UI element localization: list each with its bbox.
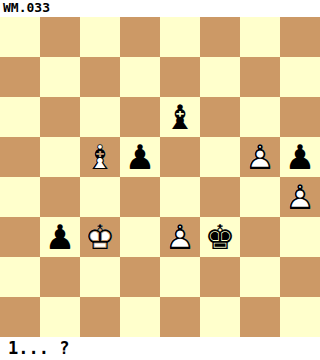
white-king-piece[interactable]: ♚♔ bbox=[80, 217, 120, 257]
black-pawn-piece[interactable]: ♟ bbox=[120, 137, 160, 177]
piece-glyph-outline: ♔ bbox=[80, 217, 120, 257]
chess-board: ♝♝♗♟♟♙♟♟♙♟♚♔♟♙♚ bbox=[0, 17, 320, 337]
square-c1[interactable] bbox=[80, 297, 120, 337]
square-f1[interactable] bbox=[200, 297, 240, 337]
square-f7[interactable] bbox=[200, 57, 240, 97]
square-b4[interactable] bbox=[40, 177, 80, 217]
square-g1[interactable] bbox=[240, 297, 280, 337]
square-c7[interactable] bbox=[80, 57, 120, 97]
square-f6[interactable] bbox=[200, 97, 240, 137]
square-h7[interactable] bbox=[280, 57, 320, 97]
square-d3[interactable] bbox=[120, 217, 160, 257]
square-a8[interactable] bbox=[0, 17, 40, 57]
white-pawn-piece[interactable]: ♟♙ bbox=[280, 177, 320, 217]
square-d4[interactable] bbox=[120, 177, 160, 217]
square-c6[interactable] bbox=[80, 97, 120, 137]
black-king-piece[interactable]: ♚ bbox=[200, 217, 240, 257]
square-f5[interactable] bbox=[200, 137, 240, 177]
square-d1[interactable] bbox=[120, 297, 160, 337]
square-g6[interactable] bbox=[240, 97, 280, 137]
black-bishop-piece[interactable]: ♝ bbox=[160, 97, 200, 137]
square-f3[interactable]: ♚ bbox=[200, 217, 240, 257]
square-f8[interactable] bbox=[200, 17, 240, 57]
square-c5[interactable]: ♝♗ bbox=[80, 137, 120, 177]
square-g4[interactable] bbox=[240, 177, 280, 217]
white-pawn-piece[interactable]: ♟♙ bbox=[240, 137, 280, 177]
square-f2[interactable] bbox=[200, 257, 240, 297]
square-b7[interactable] bbox=[40, 57, 80, 97]
square-d5[interactable]: ♟ bbox=[120, 137, 160, 177]
black-pawn-piece[interactable]: ♟ bbox=[40, 217, 80, 257]
square-e4[interactable] bbox=[160, 177, 200, 217]
square-b8[interactable] bbox=[40, 17, 80, 57]
square-a4[interactable] bbox=[0, 177, 40, 217]
white-bishop-piece[interactable]: ♝♗ bbox=[80, 137, 120, 177]
square-a2[interactable] bbox=[0, 257, 40, 297]
piece-glyph-outline: ♙ bbox=[240, 137, 280, 177]
square-g3[interactable] bbox=[240, 217, 280, 257]
square-c4[interactable] bbox=[80, 177, 120, 217]
square-g5[interactable]: ♟♙ bbox=[240, 137, 280, 177]
square-e1[interactable] bbox=[160, 297, 200, 337]
square-h2[interactable] bbox=[280, 257, 320, 297]
square-d7[interactable] bbox=[120, 57, 160, 97]
square-h8[interactable] bbox=[280, 17, 320, 57]
square-d2[interactable] bbox=[120, 257, 160, 297]
square-d8[interactable] bbox=[120, 17, 160, 57]
square-a5[interactable] bbox=[0, 137, 40, 177]
square-b5[interactable] bbox=[40, 137, 80, 177]
square-h4[interactable]: ♟♙ bbox=[280, 177, 320, 217]
square-g7[interactable] bbox=[240, 57, 280, 97]
square-e5[interactable] bbox=[160, 137, 200, 177]
square-a6[interactable] bbox=[0, 97, 40, 137]
square-b1[interactable] bbox=[40, 297, 80, 337]
piece-glyph-outline: ♗ bbox=[80, 137, 120, 177]
square-e7[interactable] bbox=[160, 57, 200, 97]
diagram-title: WM.033 bbox=[3, 0, 50, 16]
square-e3[interactable]: ♟♙ bbox=[160, 217, 200, 257]
square-h5[interactable]: ♟ bbox=[280, 137, 320, 177]
square-e2[interactable] bbox=[160, 257, 200, 297]
square-c3[interactable]: ♚♔ bbox=[80, 217, 120, 257]
square-h1[interactable] bbox=[280, 297, 320, 337]
square-a3[interactable] bbox=[0, 217, 40, 257]
piece-glyph-outline: ♙ bbox=[280, 177, 320, 217]
square-h3[interactable] bbox=[280, 217, 320, 257]
square-d6[interactable] bbox=[120, 97, 160, 137]
move-prompt: 1... ? bbox=[8, 338, 69, 358]
square-b2[interactable] bbox=[40, 257, 80, 297]
square-b6[interactable] bbox=[40, 97, 80, 137]
piece-glyph-outline: ♙ bbox=[160, 217, 200, 257]
square-g8[interactable] bbox=[240, 17, 280, 57]
black-pawn-piece[interactable]: ♟ bbox=[280, 137, 320, 177]
square-e6[interactable]: ♝ bbox=[160, 97, 200, 137]
square-e8[interactable] bbox=[160, 17, 200, 57]
square-c8[interactable] bbox=[80, 17, 120, 57]
square-a7[interactable] bbox=[0, 57, 40, 97]
square-h6[interactable] bbox=[280, 97, 320, 137]
white-pawn-piece[interactable]: ♟♙ bbox=[160, 217, 200, 257]
square-f4[interactable] bbox=[200, 177, 240, 217]
square-b3[interactable]: ♟ bbox=[40, 217, 80, 257]
square-c2[interactable] bbox=[80, 257, 120, 297]
square-g2[interactable] bbox=[240, 257, 280, 297]
square-a1[interactable] bbox=[0, 297, 40, 337]
